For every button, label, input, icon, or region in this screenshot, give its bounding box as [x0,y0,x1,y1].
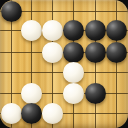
white-stone-c1r4[interactable] [21,83,42,104]
white-stone-c0r5[interactable] [1,103,22,124]
white-stone-c1r1[interactable] [21,20,42,41]
black-stone-c4r4[interactable] [85,83,106,104]
white-stone-c3r3[interactable] [63,62,84,83]
black-stone-c5r1[interactable] [106,20,127,41]
black-stone-c4r2[interactable] [85,42,106,63]
black-stone-c4r1[interactable] [85,20,106,41]
go-board-app-icon[interactable] [0,0,128,128]
white-stone-c3r4[interactable] [63,83,84,104]
white-stone-c2r1[interactable] [42,20,63,41]
white-stone-c2r5[interactable] [42,103,63,124]
black-stone-c3r1[interactable] [63,20,84,41]
black-stone-c5r2[interactable] [106,42,127,63]
black-stone-c3r2[interactable] [63,42,84,63]
black-stone-c0r0[interactable] [1,1,22,22]
black-stone-c1r5[interactable] [21,103,42,124]
white-stone-c2r2[interactable] [42,42,63,63]
